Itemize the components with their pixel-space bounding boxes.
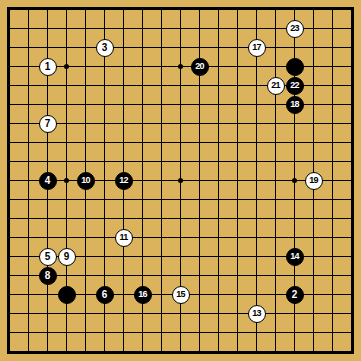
- stone-move-2: 2: [286, 286, 304, 304]
- stone-move-21: 21: [267, 77, 285, 95]
- stone-move-17: 17: [248, 39, 266, 57]
- stone-move-7: 7: [39, 115, 57, 133]
- star-point: [64, 178, 69, 183]
- go-board[interactable]: 1234567891011121314151617181920212223: [0, 0, 361, 361]
- stone-move-20: 20: [191, 58, 209, 76]
- star-point: [292, 178, 297, 183]
- stone-move-22: 22: [286, 77, 304, 95]
- stone-move-19: 19: [305, 172, 323, 190]
- star-point: [178, 64, 183, 69]
- board-intersections: 1234567891011121314151617181920212223: [0, 0, 361, 361]
- stone-move-16: 16: [134, 286, 152, 304]
- stone-move-11: 11: [115, 229, 133, 247]
- stone-move-4: 4: [39, 172, 57, 190]
- stone-move-8: 8: [39, 267, 57, 285]
- stone-move-15: 15: [172, 286, 190, 304]
- stone-move-6: 6: [96, 286, 114, 304]
- stone-move-1: 1: [39, 58, 57, 76]
- stone-move-14: 14: [286, 248, 304, 266]
- stone-move-23: 23: [286, 20, 304, 38]
- star-point: [64, 64, 69, 69]
- stone-setup-black: [58, 286, 76, 304]
- stone-move-10: 10: [77, 172, 95, 190]
- stone-move-18: 18: [286, 96, 304, 114]
- stone-move-9: 9: [58, 248, 76, 266]
- stone-setup-black: [286, 58, 304, 76]
- stone-move-5: 5: [39, 248, 57, 266]
- stone-move-12: 12: [115, 172, 133, 190]
- stone-move-3: 3: [96, 39, 114, 57]
- star-point: [178, 178, 183, 183]
- stone-move-13: 13: [248, 305, 266, 323]
